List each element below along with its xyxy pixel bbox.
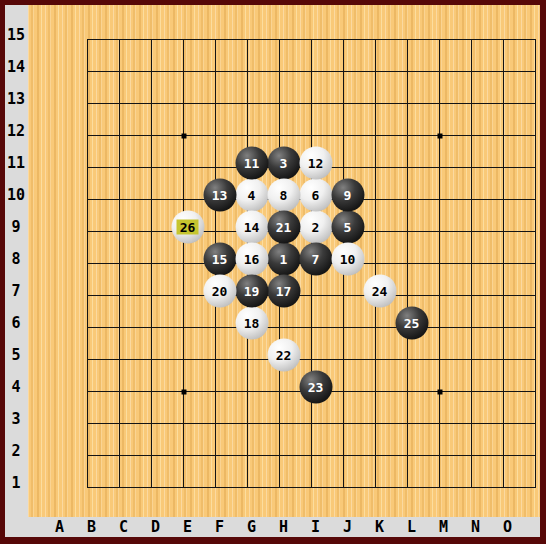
stone-white-2-I9: 2 <box>299 210 332 243</box>
row-label-7: 7 <box>11 283 20 298</box>
stone-black-1-H8: 1 <box>267 242 300 275</box>
stone-number: 18 <box>243 316 261 329</box>
stone-black-15-F8: 15 <box>203 242 236 275</box>
row-label-4: 4 <box>11 379 20 394</box>
row-label-13: 13 <box>7 91 25 106</box>
stone-black-19-G7: 19 <box>235 274 268 307</box>
stone-black-21-H9: 21 <box>267 210 300 243</box>
stone-number: 24 <box>371 284 389 297</box>
stone-white-18-G6: 18 <box>235 306 268 339</box>
stone-number: 15 <box>211 252 229 265</box>
row-label-9: 9 <box>11 219 20 234</box>
column-label-C: C <box>119 520 128 535</box>
stone-black-23-I4: 23 <box>299 370 332 403</box>
column-label-L: L <box>407 520 416 535</box>
stone-black-3-H11: 3 <box>267 146 300 179</box>
row-label-8: 8 <box>11 251 20 266</box>
row-label-10: 10 <box>7 187 25 202</box>
stone-black-25-L6: 25 <box>395 306 428 339</box>
stone-number: 3 <box>279 156 289 169</box>
column-label-H: H <box>279 520 288 535</box>
stone-number: 8 <box>279 188 289 201</box>
row-label-5: 5 <box>11 347 20 362</box>
stone-white-4-G10: 4 <box>235 178 268 211</box>
stone-number: 1 <box>279 252 289 265</box>
stone-number: 5 <box>343 220 353 233</box>
stone-number: 10 <box>339 252 357 265</box>
column-label-G: G <box>247 520 256 535</box>
stone-number: 16 <box>243 252 261 265</box>
stone-number: 7 <box>311 252 321 265</box>
star-point-L4 <box>437 389 442 394</box>
stone-white-10-J8: 10 <box>331 242 364 275</box>
column-label-M: M <box>439 520 448 535</box>
stone-number: 9 <box>343 188 353 201</box>
row-label-15: 15 <box>7 27 25 42</box>
stone-white-22-H5: 22 <box>267 338 300 371</box>
stone-white-24-K7: 24 <box>363 274 396 307</box>
stone-number: 19 <box>243 284 261 297</box>
star-point-D4 <box>181 389 186 394</box>
stone-white-16-G8: 16 <box>235 242 268 275</box>
column-label-A: A <box>55 520 64 535</box>
stone-white-14-G9: 14 <box>235 210 268 243</box>
column-label-D: D <box>151 520 160 535</box>
column-label-E: E <box>183 520 192 535</box>
stone-number: 21 <box>275 220 293 233</box>
board-frame: 151413121110987654321ABCDEFGHIJKLMNO1234… <box>0 0 546 544</box>
stone-white-12-I11: 12 <box>299 146 332 179</box>
star-point-L12 <box>437 133 442 138</box>
stone-black-11-G11: 11 <box>235 146 268 179</box>
column-label-B: B <box>87 520 96 535</box>
stone-number: 6 <box>311 188 321 201</box>
star-point-D12 <box>181 133 186 138</box>
column-label-N: N <box>471 520 480 535</box>
column-label-F: F <box>215 520 224 535</box>
row-label-12: 12 <box>7 123 25 138</box>
stone-number: 4 <box>247 188 257 201</box>
stone-number: 25 <box>403 316 421 329</box>
last-move-highlight: 26 <box>177 219 199 234</box>
stone-number: 17 <box>275 284 293 297</box>
row-label-1: 1 <box>11 475 20 490</box>
stone-white-6-I10: 6 <box>299 178 332 211</box>
column-label-J: J <box>343 520 352 535</box>
column-label-O: O <box>503 520 512 535</box>
stone-black-7-I8: 7 <box>299 242 332 275</box>
column-label-strip <box>5 517 540 537</box>
stone-black-13-F10: 13 <box>203 178 236 211</box>
row-label-11: 11 <box>7 155 25 170</box>
stone-number: 13 <box>211 188 229 201</box>
column-label-K: K <box>375 520 384 535</box>
stone-number: 22 <box>275 348 293 361</box>
row-label-6: 6 <box>11 315 20 330</box>
stone-number: 11 <box>243 156 261 169</box>
stone-black-17-H7: 17 <box>267 274 300 307</box>
stone-white-8-H10: 8 <box>267 178 300 211</box>
row-label-3: 3 <box>11 411 20 426</box>
stone-white-26-E9: 26 <box>171 210 204 243</box>
stone-number: 20 <box>211 284 229 297</box>
column-label-I: I <box>311 520 320 535</box>
stone-number: 2 <box>311 220 321 233</box>
row-label-2: 2 <box>11 443 20 458</box>
stone-white-20-F7: 20 <box>203 274 236 307</box>
stone-black-9-J10: 9 <box>331 178 364 211</box>
row-label-14: 14 <box>7 59 25 74</box>
stone-black-5-J9: 5 <box>331 210 364 243</box>
stone-number: 23 <box>307 380 325 393</box>
stone-number: 14 <box>243 220 261 233</box>
stone-number: 12 <box>307 156 325 169</box>
